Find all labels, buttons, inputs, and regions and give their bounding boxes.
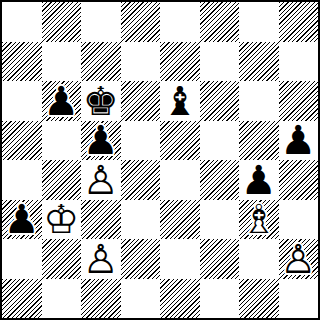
square-b4[interactable] <box>42 160 82 200</box>
piece-black-pawn: ♟♟ <box>279 121 319 161</box>
square-f2[interactable] <box>200 239 240 279</box>
piece-white-pawn: ♟♙ <box>81 239 121 279</box>
piece-white-pawn: ♟♙ <box>81 160 121 200</box>
piece-glyph: ♙ <box>81 160 121 200</box>
square-d8[interactable] <box>121 2 161 42</box>
square-c7[interactable] <box>81 42 121 82</box>
piece-glyph: ♔ <box>42 200 82 240</box>
piece-glyph: ♙ <box>279 239 319 279</box>
square-a2[interactable] <box>2 239 42 279</box>
square-h2[interactable]: ♟♙ <box>279 239 319 279</box>
piece-black-pawn: ♟♟ <box>42 81 82 121</box>
square-e4[interactable] <box>160 160 200 200</box>
square-e8[interactable] <box>160 2 200 42</box>
square-b6[interactable]: ♟♟ <box>42 81 82 121</box>
chess-board: ♟♟♚♚♝♝♟♟♟♟♟♙♟♟♟♟♚♔♝♗♟♙♟♙ <box>0 0 320 320</box>
piece-glyph: ♟ <box>2 200 42 240</box>
square-h5[interactable]: ♟♟ <box>279 121 319 161</box>
piece-black-pawn: ♟♟ <box>239 160 279 200</box>
piece-black-pawn: ♟♟ <box>2 200 42 240</box>
square-e1[interactable] <box>160 279 200 319</box>
square-h6[interactable] <box>279 81 319 121</box>
square-d2[interactable] <box>121 239 161 279</box>
square-a3[interactable]: ♟♟ <box>2 200 42 240</box>
square-a1[interactable] <box>2 279 42 319</box>
piece-white-king: ♚♔ <box>42 200 82 240</box>
square-d1[interactable] <box>121 279 161 319</box>
square-c1[interactable] <box>81 279 121 319</box>
square-d5[interactable] <box>121 121 161 161</box>
square-c5[interactable]: ♟♟ <box>81 121 121 161</box>
square-f8[interactable] <box>200 2 240 42</box>
piece-glyph: ♟ <box>81 121 121 161</box>
piece-glyph: ♟ <box>239 160 279 200</box>
square-h8[interactable] <box>279 2 319 42</box>
square-g6[interactable] <box>239 81 279 121</box>
piece-glyph: ♟ <box>42 81 82 121</box>
piece-glyph: ♝ <box>160 81 200 121</box>
square-c4[interactable]: ♟♙ <box>81 160 121 200</box>
square-h7[interactable] <box>279 42 319 82</box>
square-f1[interactable] <box>200 279 240 319</box>
piece-glyph: ♙ <box>81 239 121 279</box>
square-g5[interactable] <box>239 121 279 161</box>
square-d6[interactable] <box>121 81 161 121</box>
piece-white-bishop: ♝♗ <box>239 200 279 240</box>
square-d7[interactable] <box>121 42 161 82</box>
piece-white-pawn: ♟♙ <box>279 239 319 279</box>
square-c2[interactable]: ♟♙ <box>81 239 121 279</box>
square-f3[interactable] <box>200 200 240 240</box>
square-b3[interactable]: ♚♔ <box>42 200 82 240</box>
piece-glyph: ♗ <box>239 200 279 240</box>
square-f7[interactable] <box>200 42 240 82</box>
square-g4[interactable]: ♟♟ <box>239 160 279 200</box>
square-b5[interactable] <box>42 121 82 161</box>
square-d4[interactable] <box>121 160 161 200</box>
square-e2[interactable] <box>160 239 200 279</box>
square-a4[interactable] <box>2 160 42 200</box>
square-f4[interactable] <box>200 160 240 200</box>
square-b8[interactable] <box>42 2 82 42</box>
square-g2[interactable] <box>239 239 279 279</box>
piece-glyph: ♚ <box>81 81 121 121</box>
piece-black-pawn: ♟♟ <box>81 121 121 161</box>
square-b2[interactable] <box>42 239 82 279</box>
square-e6[interactable]: ♝♝ <box>160 81 200 121</box>
piece-glyph: ♟ <box>279 121 319 161</box>
square-f5[interactable] <box>200 121 240 161</box>
square-g3[interactable]: ♝♗ <box>239 200 279 240</box>
square-f6[interactable] <box>200 81 240 121</box>
square-b1[interactable] <box>42 279 82 319</box>
square-a8[interactable] <box>2 2 42 42</box>
square-h1[interactable] <box>279 279 319 319</box>
square-a5[interactable] <box>2 121 42 161</box>
square-a6[interactable] <box>2 81 42 121</box>
square-e3[interactable] <box>160 200 200 240</box>
square-d3[interactable] <box>121 200 161 240</box>
square-g8[interactable] <box>239 2 279 42</box>
square-h3[interactable] <box>279 200 319 240</box>
square-c8[interactable] <box>81 2 121 42</box>
square-g1[interactable] <box>239 279 279 319</box>
square-e5[interactable] <box>160 121 200 161</box>
square-g7[interactable] <box>239 42 279 82</box>
square-a7[interactable] <box>2 42 42 82</box>
square-c6[interactable]: ♚♚ <box>81 81 121 121</box>
square-b7[interactable] <box>42 42 82 82</box>
piece-black-bishop: ♝♝ <box>160 81 200 121</box>
square-h4[interactable] <box>279 160 319 200</box>
piece-black-king: ♚♚ <box>81 81 121 121</box>
square-c3[interactable] <box>81 200 121 240</box>
square-e7[interactable] <box>160 42 200 82</box>
